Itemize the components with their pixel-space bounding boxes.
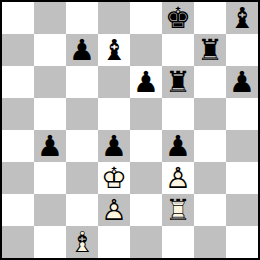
square-e2[interactable] — [130, 194, 162, 226]
white-pawn: ♙ — [162, 162, 194, 194]
white-rook: ♖ — [162, 194, 194, 226]
black-rook: ♜ — [194, 34, 226, 66]
square-g1[interactable] — [194, 226, 226, 258]
square-e1[interactable] — [130, 226, 162, 258]
square-e7[interactable] — [130, 34, 162, 66]
square-d5[interactable] — [98, 98, 130, 130]
white-bishop: ♗ — [66, 226, 98, 258]
black-king: ♚ — [162, 2, 194, 34]
square-h1[interactable] — [226, 226, 258, 258]
black-bishop: ♝ — [98, 34, 130, 66]
square-c2[interactable] — [66, 194, 98, 226]
square-g5[interactable] — [194, 98, 226, 130]
black-pawn: ♟ — [162, 130, 194, 162]
square-c1[interactable]: ♝♗ — [66, 226, 98, 258]
square-b2[interactable] — [34, 194, 66, 226]
square-a8[interactable] — [2, 2, 34, 34]
black-pawn: ♟ — [66, 34, 98, 66]
square-h8[interactable]: ♝ — [226, 2, 258, 34]
square-a3[interactable] — [2, 162, 34, 194]
square-f5[interactable] — [162, 98, 194, 130]
square-b3[interactable] — [34, 162, 66, 194]
square-d6[interactable] — [98, 66, 130, 98]
square-a1[interactable] — [2, 226, 34, 258]
square-f3[interactable]: ♟♙ — [162, 162, 194, 194]
square-b4[interactable]: ♟ — [34, 130, 66, 162]
square-f2[interactable]: ♜♖ — [162, 194, 194, 226]
square-c6[interactable] — [66, 66, 98, 98]
square-f7[interactable] — [162, 34, 194, 66]
square-e6[interactable]: ♟ — [130, 66, 162, 98]
white-bishop-fill: ♝ — [66, 226, 98, 258]
square-e4[interactable] — [130, 130, 162, 162]
square-c3[interactable] — [66, 162, 98, 194]
square-g7[interactable]: ♜ — [194, 34, 226, 66]
square-h5[interactable] — [226, 98, 258, 130]
square-d1[interactable] — [98, 226, 130, 258]
square-f8[interactable]: ♚ — [162, 2, 194, 34]
square-f6[interactable]: ♜ — [162, 66, 194, 98]
square-e5[interactable] — [130, 98, 162, 130]
square-c4[interactable] — [66, 130, 98, 162]
square-h2[interactable] — [226, 194, 258, 226]
square-h7[interactable] — [226, 34, 258, 66]
square-a4[interactable] — [2, 130, 34, 162]
square-h4[interactable] — [226, 130, 258, 162]
square-h6[interactable]: ♟ — [226, 66, 258, 98]
white-pawn-fill: ♟ — [98, 194, 130, 226]
square-d3[interactable]: ♚♔ — [98, 162, 130, 194]
black-pawn: ♟ — [226, 66, 258, 98]
white-king: ♔ — [98, 162, 130, 194]
black-rook: ♜ — [162, 66, 194, 98]
chess-board: ♚♝♟♝♜♟♜♟♟♟♟♚♔♟♙♟♙♜♖♝♗ — [0, 0, 260, 260]
square-a5[interactable] — [2, 98, 34, 130]
square-b8[interactable] — [34, 2, 66, 34]
square-b6[interactable] — [34, 66, 66, 98]
square-g8[interactable] — [194, 2, 226, 34]
square-g2[interactable] — [194, 194, 226, 226]
black-bishop: ♝ — [226, 2, 258, 34]
square-d2[interactable]: ♟♙ — [98, 194, 130, 226]
square-c8[interactable] — [66, 2, 98, 34]
black-pawn: ♟ — [130, 66, 162, 98]
square-f1[interactable] — [162, 226, 194, 258]
white-pawn-fill: ♟ — [162, 162, 194, 194]
square-a6[interactable] — [2, 66, 34, 98]
black-pawn: ♟ — [98, 130, 130, 162]
square-d8[interactable] — [98, 2, 130, 34]
square-g4[interactable] — [194, 130, 226, 162]
square-e8[interactable] — [130, 2, 162, 34]
square-a2[interactable] — [2, 194, 34, 226]
square-g3[interactable] — [194, 162, 226, 194]
white-rook-fill: ♜ — [162, 194, 194, 226]
square-e3[interactable] — [130, 162, 162, 194]
square-b1[interactable] — [34, 226, 66, 258]
square-f4[interactable]: ♟ — [162, 130, 194, 162]
square-b5[interactable] — [34, 98, 66, 130]
square-b7[interactable] — [34, 34, 66, 66]
square-a7[interactable] — [2, 34, 34, 66]
square-c7[interactable]: ♟ — [66, 34, 98, 66]
square-c5[interactable] — [66, 98, 98, 130]
square-d4[interactable]: ♟ — [98, 130, 130, 162]
black-pawn: ♟ — [34, 130, 66, 162]
square-g6[interactable] — [194, 66, 226, 98]
white-king-fill: ♚ — [98, 162, 130, 194]
white-pawn: ♙ — [98, 194, 130, 226]
square-h3[interactable] — [226, 162, 258, 194]
square-d7[interactable]: ♝ — [98, 34, 130, 66]
